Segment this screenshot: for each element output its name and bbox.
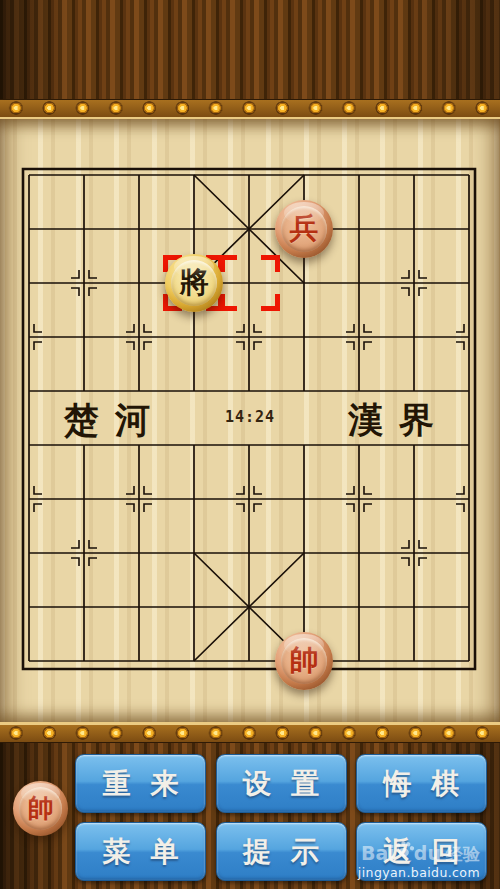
piece-face: 將: [171, 260, 217, 306]
red-general-piece[interactable]: 帥: [275, 632, 333, 690]
last-move-bracket: [218, 255, 280, 311]
bracket-corner-tr: [261, 255, 280, 272]
piece-face: 帥: [19, 787, 62, 830]
river-label-left: 楚河: [27, 398, 187, 442]
control-button-grid: 重来 设置 悔棋 菜单 提示 返回: [75, 754, 487, 881]
app-screen: 楚河 14:24 漢界 兵將帥 重来 设置 悔棋 菜单 提示 返回 帥 Baid…: [0, 0, 500, 889]
red-soldier-piece[interactable]: 兵: [275, 200, 333, 258]
red-general-avatar-button[interactable]: 帥: [13, 781, 68, 836]
piece-char: 帥: [290, 646, 319, 675]
back-button[interactable]: 返回: [356, 822, 487, 881]
game-timer: 14:24: [200, 408, 300, 426]
black-general-piece[interactable]: 將: [165, 254, 223, 312]
undo-button[interactable]: 悔棋: [356, 754, 487, 813]
river-label-right: 漢界: [311, 398, 471, 442]
piece-face: 兵: [281, 206, 327, 252]
hint-button[interactable]: 提示: [216, 822, 347, 881]
piece-face: 帥: [281, 638, 327, 684]
restart-button[interactable]: 重来: [75, 754, 206, 813]
riveted-bar-top: [0, 99, 500, 120]
piece-char: 兵: [290, 214, 319, 243]
settings-button[interactable]: 设置: [216, 754, 347, 813]
riveted-bar-bottom: [0, 722, 500, 743]
piece-char: 將: [180, 268, 209, 297]
bracket-corner-br: [261, 294, 280, 311]
piece-char: 帥: [28, 795, 54, 821]
menu-button[interactable]: 菜单: [75, 822, 206, 881]
